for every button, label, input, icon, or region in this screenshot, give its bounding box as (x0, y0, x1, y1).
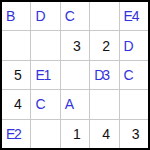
puzzle-board: BDCE432D5E1D3C4CAE2143 (0, 0, 150, 150)
cell-letter: C (35, 97, 43, 111)
cell-letter: C (65, 9, 73, 23)
cell-letter: B (6, 9, 14, 23)
cell-r5c3[interactable]: 1 (61, 120, 89, 148)
cell-r5c4[interactable]: 4 (90, 120, 118, 148)
cell-letter: C (124, 68, 132, 82)
cell-letter: D (124, 39, 132, 53)
cell-r2c3[interactable]: 3 (61, 31, 89, 59)
cell-letter: A (65, 97, 73, 111)
cell-number: 3 (132, 127, 140, 141)
cell-letter: D (94, 68, 102, 82)
cell-r4c5[interactable] (120, 90, 148, 118)
cell-number: 1 (43, 68, 51, 82)
cell-r2c5[interactable]: D (120, 31, 148, 59)
cell-r3c3[interactable] (61, 61, 89, 89)
cell-r3c1[interactable]: 5 (2, 61, 30, 89)
cell-number: 4 (102, 127, 110, 141)
cell-number: 3 (73, 39, 81, 53)
cell-r5c1[interactable]: E2 (2, 120, 30, 148)
cell-r4c1[interactable]: 4 (2, 90, 30, 118)
cell-number: 3 (102, 68, 110, 82)
cell-r1c2[interactable]: D (31, 2, 59, 30)
cell-r2c2[interactable] (31, 31, 59, 59)
cell-number: 1 (73, 127, 81, 141)
cell-letter: D (35, 9, 43, 23)
cell-r1c3[interactable]: C (61, 2, 89, 30)
cell-r2c1[interactable] (2, 31, 30, 59)
cell-r4c3[interactable]: A (61, 90, 89, 118)
cell-r3c5[interactable]: C (120, 61, 148, 89)
cell-letter: E (124, 9, 132, 23)
cell-number: 4 (132, 9, 140, 23)
cell-number: 4 (14, 97, 22, 111)
cell-r4c2[interactable]: C (31, 90, 59, 118)
cell-r5c2[interactable] (31, 120, 59, 148)
cell-letter: E (6, 127, 14, 141)
cell-number: 5 (14, 68, 22, 82)
cell-number: 2 (14, 127, 22, 141)
cell-r2c4[interactable]: 2 (90, 31, 118, 59)
cell-r3c2[interactable]: E1 (31, 61, 59, 89)
cell-r5c5[interactable]: 3 (120, 120, 148, 148)
cell-r1c5[interactable]: E4 (120, 2, 148, 30)
cell-r4c4[interactable] (90, 90, 118, 118)
cell-r1c4[interactable] (90, 2, 118, 30)
cell-r1c1[interactable]: B (2, 2, 30, 30)
cell-number: 2 (102, 39, 110, 53)
cell-letter: E (35, 68, 43, 82)
cell-r3c4[interactable]: D3 (90, 61, 118, 89)
